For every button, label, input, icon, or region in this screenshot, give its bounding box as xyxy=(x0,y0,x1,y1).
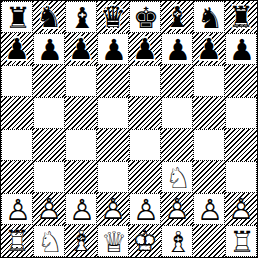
square-a8[interactable]: ♜♜ xyxy=(1,1,33,33)
black-pawn-f7[interactable]: ♟ xyxy=(162,34,194,66)
square-e3[interactable] xyxy=(129,161,161,193)
square-f1[interactable]: ♝♗ xyxy=(161,225,193,257)
square-a5[interactable] xyxy=(1,97,33,129)
white-pawn-h2[interactable]: ♙ xyxy=(225,193,257,225)
square-g5[interactable] xyxy=(193,97,225,129)
white-bishop-c1[interactable]: ♗ xyxy=(65,225,97,257)
square-f7[interactable]: ♟♟ xyxy=(161,33,193,65)
white-king-e1[interactable]: ♔ xyxy=(129,225,161,257)
square-c1[interactable]: ♝♗ xyxy=(65,225,97,257)
square-h6[interactable] xyxy=(225,65,257,97)
square-d2[interactable]: ♟♙ xyxy=(97,193,129,225)
square-c4[interactable] xyxy=(65,129,97,161)
square-h7[interactable]: ♟♟ xyxy=(225,33,257,65)
square-f6[interactable] xyxy=(161,65,193,97)
square-h1[interactable]: ♜♖ xyxy=(225,225,257,257)
square-e7[interactable]: ♟♟ xyxy=(129,33,161,65)
white-knight-f3[interactable]: ♘ xyxy=(162,162,194,194)
white-pawn-g2[interactable]: ♙ xyxy=(194,194,226,226)
square-f4[interactable] xyxy=(161,129,193,161)
square-b7[interactable]: ♟♟ xyxy=(33,33,65,65)
square-e4[interactable] xyxy=(129,129,161,161)
black-pawn-g7[interactable]: ♟ xyxy=(193,33,225,65)
square-d7[interactable]: ♟♟ xyxy=(97,33,129,65)
square-a4[interactable] xyxy=(1,129,33,161)
square-d3[interactable] xyxy=(97,161,129,193)
black-pawn-a7[interactable]: ♟ xyxy=(1,33,33,65)
square-a2[interactable]: ♟♙ xyxy=(1,193,33,225)
board-grid: ♜♜♞♞♝♝♛♛♚♚♝♝♞♞♜♜♟♟♟♟♟♟♟♟♟♟♟♟♟♟♟♟♞♘♟♙♟♙♟♙… xyxy=(1,1,257,257)
square-g3[interactable] xyxy=(193,161,225,193)
black-pawn-h7[interactable]: ♟ xyxy=(226,34,258,66)
square-f5[interactable] xyxy=(161,97,193,129)
white-rook-h1[interactable]: ♖ xyxy=(226,226,258,258)
black-rook-h8[interactable]: ♜ xyxy=(225,1,257,33)
square-g6[interactable] xyxy=(193,65,225,97)
square-e5[interactable] xyxy=(129,97,161,129)
square-c2[interactable]: ♟♙ xyxy=(65,193,97,225)
white-pawn-c2[interactable]: ♙ xyxy=(66,194,98,226)
white-knight-b1[interactable]: ♘ xyxy=(34,226,66,258)
white-pawn-b2[interactable]: ♙ xyxy=(33,193,65,225)
square-b3[interactable] xyxy=(33,161,65,193)
square-g8[interactable]: ♞♞ xyxy=(193,1,225,33)
black-knight-b8[interactable]: ♞ xyxy=(33,1,65,33)
square-a3[interactable] xyxy=(1,161,33,193)
square-c6[interactable] xyxy=(65,65,97,97)
square-c8[interactable]: ♝♝ xyxy=(65,1,97,33)
square-d8[interactable]: ♛♛ xyxy=(97,1,129,33)
square-d6[interactable] xyxy=(97,65,129,97)
white-pawn-a2[interactable]: ♙ xyxy=(2,194,34,226)
black-pawn-d7[interactable]: ♟ xyxy=(98,34,130,66)
square-c3[interactable] xyxy=(65,161,97,193)
square-a6[interactable] xyxy=(1,65,33,97)
white-pawn-e2[interactable]: ♙ xyxy=(130,194,162,226)
square-a1[interactable]: ♜♖ xyxy=(1,225,33,257)
square-f2[interactable]: ♟♙ xyxy=(161,193,193,225)
black-pawn-c7[interactable]: ♟ xyxy=(65,33,97,65)
square-e2[interactable]: ♟♙ xyxy=(129,193,161,225)
square-g1[interactable] xyxy=(193,225,225,257)
square-f3[interactable]: ♞♘ xyxy=(161,161,193,193)
black-knight-g8[interactable]: ♞ xyxy=(194,2,226,34)
square-f8[interactable]: ♝♝ xyxy=(161,1,193,33)
square-e1[interactable]: ♚♔ xyxy=(129,225,161,257)
square-b6[interactable] xyxy=(33,65,65,97)
square-h3[interactable] xyxy=(225,161,257,193)
black-pawn-b7[interactable]: ♟ xyxy=(34,34,66,66)
square-g4[interactable] xyxy=(193,129,225,161)
square-b4[interactable] xyxy=(33,129,65,161)
black-rook-a8[interactable]: ♜ xyxy=(2,2,34,34)
square-h8[interactable]: ♜♜ xyxy=(225,1,257,33)
white-bishop-f1[interactable]: ♗ xyxy=(162,226,194,258)
square-e6[interactable] xyxy=(129,65,161,97)
square-g2[interactable]: ♟♙ xyxy=(193,193,225,225)
black-bishop-f8[interactable]: ♝ xyxy=(161,1,193,33)
square-h2[interactable]: ♟♙ xyxy=(225,193,257,225)
black-king-e8[interactable]: ♚ xyxy=(130,2,162,34)
white-queen-d1[interactable]: ♕ xyxy=(98,226,130,258)
square-b5[interactable] xyxy=(33,97,65,129)
square-d4[interactable] xyxy=(97,129,129,161)
square-e8[interactable]: ♚♚ xyxy=(129,1,161,33)
white-pawn-d2[interactable]: ♙ xyxy=(97,193,129,225)
square-d5[interactable] xyxy=(97,97,129,129)
square-h5[interactable] xyxy=(225,97,257,129)
black-queen-d8[interactable]: ♛ xyxy=(97,1,129,33)
square-c7[interactable]: ♟♟ xyxy=(65,33,97,65)
square-b8[interactable]: ♞♞ xyxy=(33,1,65,33)
square-b1[interactable]: ♞♘ xyxy=(33,225,65,257)
square-c5[interactable] xyxy=(65,97,97,129)
chess-board: ♜♜♞♞♝♝♛♛♚♚♝♝♞♞♜♜♟♟♟♟♟♟♟♟♟♟♟♟♟♟♟♟♞♘♟♙♟♙♟♙… xyxy=(0,0,258,258)
square-b2[interactable]: ♟♙ xyxy=(33,193,65,225)
square-h4[interactable] xyxy=(225,129,257,161)
white-pawn-f2[interactable]: ♙ xyxy=(161,193,193,225)
square-d1[interactable]: ♛♕ xyxy=(97,225,129,257)
square-a7[interactable]: ♟♟ xyxy=(1,33,33,65)
white-rook-a1[interactable]: ♖ xyxy=(1,225,33,257)
black-pawn-e7[interactable]: ♟ xyxy=(129,33,161,65)
square-g7[interactable]: ♟♟ xyxy=(193,33,225,65)
black-bishop-c8[interactable]: ♝ xyxy=(66,2,98,34)
